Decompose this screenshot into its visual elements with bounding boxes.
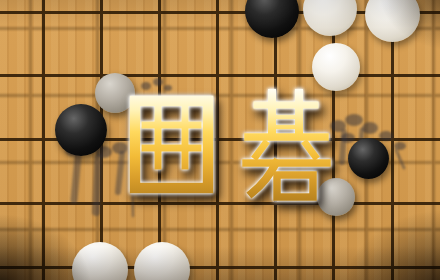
kanji-i-character: [135, 101, 208, 188]
igo-title-banner: 囲碁: [0, 0, 440, 280]
kanji-go-character: [246, 93, 327, 197]
title-igo-calligraphy: [0, 0, 440, 280]
